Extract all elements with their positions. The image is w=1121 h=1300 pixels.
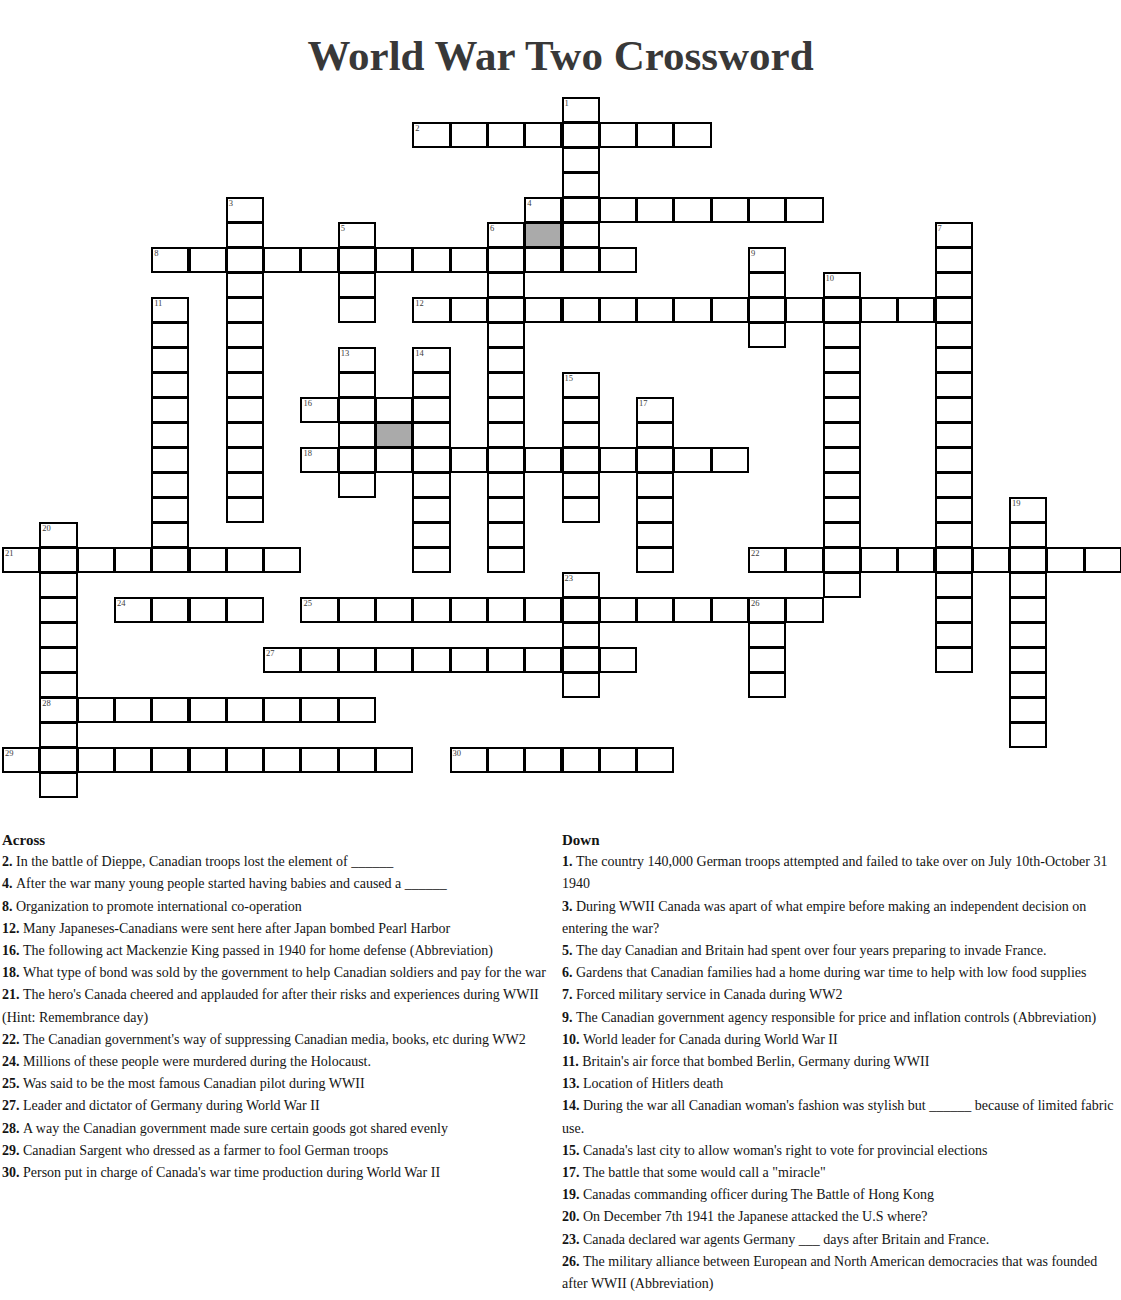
grid-cell[interactable] [338, 447, 376, 473]
grid-cell[interactable]: 6 [487, 222, 525, 248]
grid-cell[interactable] [562, 397, 600, 423]
grid-cell[interactable] [599, 297, 637, 323]
grid-cell[interactable] [375, 447, 413, 473]
clue-number: 4. [2, 876, 16, 891]
grid-cell[interactable] [412, 247, 450, 273]
grid-cell[interactable] [748, 622, 786, 648]
grid-cell[interactable] [39, 597, 77, 623]
grid-cell[interactable] [114, 697, 152, 723]
grid-cell[interactable] [487, 472, 525, 498]
grid-cell[interactable]: 8 [151, 247, 189, 273]
grid-cell[interactable] [1046, 547, 1084, 573]
grid-cell[interactable]: 13 [338, 347, 376, 373]
grid-cell[interactable] [39, 647, 77, 673]
grid-cell[interactable] [562, 447, 600, 473]
grid-cell[interactable] [487, 547, 525, 573]
grid-cell[interactable] [338, 397, 376, 423]
grid-cell[interactable] [151, 372, 189, 398]
grid-cell[interactable] [524, 247, 562, 273]
grid-cell[interactable] [711, 297, 749, 323]
grid-cell[interactable] [636, 472, 674, 498]
grid-cell[interactable]: 23 [562, 572, 600, 598]
grid-cell[interactable]: 18 [300, 447, 338, 473]
grid-cell[interactable] [935, 622, 973, 648]
grid-cell[interactable] [636, 122, 674, 148]
grid-cell[interactable] [226, 497, 264, 523]
grid-cell[interactable] [412, 397, 450, 423]
cell-number: 23 [565, 574, 574, 583]
grid-cell[interactable]: 12 [412, 297, 450, 323]
clue-number: 19. [562, 1187, 583, 1202]
clue-text: The day Canadian and Britain had spent o… [576, 943, 1046, 958]
grid-cell[interactable] [748, 272, 786, 298]
grid-cell[interactable] [562, 172, 600, 198]
clue-item: 9. The Canadian government agency respon… [562, 1007, 1120, 1029]
grid-cell[interactable] [487, 122, 525, 148]
grid-cell[interactable] [823, 422, 861, 448]
grid-cell[interactable]: 14 [412, 347, 450, 373]
grid-cell[interactable] [1009, 672, 1047, 698]
grid-cell[interactable] [39, 747, 77, 773]
cell-number: 13 [341, 349, 350, 358]
clue-number: 25. [2, 1076, 23, 1091]
grid-cell[interactable] [151, 547, 189, 573]
grid-cell[interactable] [300, 247, 338, 273]
grid-cell[interactable] [487, 597, 525, 623]
grid-cell[interactable] [263, 247, 301, 273]
clue-number: 21. [2, 987, 23, 1002]
grid-cell[interactable] [935, 497, 973, 523]
grid-cell[interactable] [748, 322, 786, 348]
clue-text: Organization to promote international co… [16, 899, 302, 914]
grid-cell[interactable] [823, 347, 861, 373]
grid-cell[interactable] [1009, 722, 1047, 748]
grid-cell[interactable] [599, 122, 637, 148]
grid-cell[interactable] [412, 472, 450, 498]
grid-cell[interactable] [151, 322, 189, 348]
grid-cell[interactable] [338, 422, 376, 448]
grid-cell[interactable] [935, 272, 973, 298]
cell-number: 3 [229, 199, 233, 208]
grid-cell[interactable] [226, 297, 264, 323]
grid-cell[interactable] [151, 522, 189, 548]
grid-cell[interactable] [487, 497, 525, 523]
grid-cell[interactable] [599, 747, 637, 773]
grid-cell[interactable] [412, 422, 450, 448]
clue-item: 21. The hero's Canada cheered and applau… [2, 984, 558, 1028]
grid-cell[interactable] [823, 522, 861, 548]
grid-cell[interactable] [300, 697, 338, 723]
grid-cell[interactable] [823, 397, 861, 423]
grid-cell[interactable] [487, 272, 525, 298]
grid-cell[interactable] [1009, 647, 1047, 673]
cell-number: 10 [826, 274, 835, 283]
grid-cell[interactable] [935, 422, 973, 448]
grid-cell[interactable] [823, 572, 861, 598]
grid-cell[interactable] [935, 597, 973, 623]
grid-cell[interactable] [338, 697, 376, 723]
grid-cell[interactable] [226, 697, 264, 723]
grid-cell[interactable] [189, 247, 227, 273]
grid-cell[interactable]: 7 [935, 222, 973, 248]
grid-cell[interactable] [636, 447, 674, 473]
cell-number: 28 [42, 699, 51, 708]
clue-item: 17. The battle that some would call a "m… [562, 1162, 1120, 1184]
grid-cell[interactable]: 29 [2, 747, 40, 773]
grid-cell[interactable] [226, 547, 264, 573]
grid-cell[interactable] [524, 297, 562, 323]
grid-cell[interactable] [412, 372, 450, 398]
grid-cell[interactable] [450, 122, 488, 148]
grid-cell[interactable] [39, 672, 77, 698]
grid-cell[interactable]: 4 [524, 197, 562, 223]
clue-number: 30. [2, 1165, 23, 1180]
grid-cell[interactable] [300, 747, 338, 773]
grid-cell[interactable] [935, 347, 973, 373]
grid-cell[interactable] [1009, 697, 1047, 723]
cell-number: 29 [5, 749, 14, 758]
grid-cell[interactable] [599, 597, 637, 623]
grid-cell[interactable] [562, 147, 600, 173]
grid-cell[interactable] [338, 472, 376, 498]
grid-cell[interactable] [338, 372, 376, 398]
grid-cell[interactable] [487, 522, 525, 548]
grid-cell[interactable] [39, 547, 77, 573]
clue-item: 29. Canadian Sargent who dressed as a fa… [2, 1140, 558, 1162]
grid-cell[interactable]: 2 [412, 122, 450, 148]
cell-number: 15 [565, 374, 574, 383]
grid-cell[interactable] [151, 472, 189, 498]
grid-cell[interactable] [562, 247, 600, 273]
grid-cell[interactable] [562, 472, 600, 498]
grid-cell[interactable] [785, 547, 823, 573]
grid-cell[interactable] [1009, 572, 1047, 598]
grid-cell[interactable] [748, 672, 786, 698]
clue-number: 22. [2, 1032, 23, 1047]
down-clue-list: 1. The country 140,000 German troops att… [562, 851, 1120, 1295]
cell-number: 1 [565, 99, 569, 108]
grid-cell[interactable] [636, 497, 674, 523]
grid-cell[interactable] [935, 447, 973, 473]
grid-cell[interactable] [562, 222, 600, 248]
grid-cell[interactable] [487, 347, 525, 373]
grid-cell[interactable] [226, 222, 264, 248]
grid-cell[interactable] [562, 497, 600, 523]
clue-item: 12. Many Japaneses-Canadians were sent h… [2, 918, 558, 940]
grid-cell[interactable] [39, 622, 77, 648]
grid-cell[interactable] [338, 597, 376, 623]
grid-cell[interactable] [562, 122, 600, 148]
grid-cell[interactable] [226, 372, 264, 398]
grid-cell[interactable]: 16 [300, 397, 338, 423]
cell-number: 4 [527, 199, 531, 208]
grid-cell[interactable] [935, 647, 973, 673]
grid-cell[interactable] [375, 747, 413, 773]
grid-cell[interactable] [151, 447, 189, 473]
grid-cell[interactable] [338, 747, 376, 773]
grid-cell[interactable] [226, 472, 264, 498]
grid-cell[interactable] [785, 197, 823, 223]
grid-cell[interactable] [823, 547, 861, 573]
grid-cell[interactable] [935, 397, 973, 423]
grid-cell[interactable] [77, 547, 115, 573]
grid-cell[interactable] [412, 497, 450, 523]
cell-number: 18 [303, 449, 312, 458]
grid-cell[interactable] [450, 447, 488, 473]
clue-item: 7. Forced military service in Canada dur… [562, 984, 1120, 1006]
grid-cell[interactable] [860, 547, 898, 573]
grid-cell[interactable] [226, 247, 264, 273]
grid-cell[interactable]: 1 [562, 97, 600, 123]
grid-cell[interactable] [226, 597, 264, 623]
grid-cell[interactable]: 19 [1009, 497, 1047, 523]
clue-number: 2. [2, 854, 16, 869]
grid-cell[interactable] [450, 597, 488, 623]
grid-cell[interactable] [77, 697, 115, 723]
clue-number: 7. [562, 987, 576, 1002]
clue-text: A way the Canadian government made sure … [23, 1121, 448, 1136]
grid-cell[interactable] [114, 747, 152, 773]
grid-cell[interactable]: 21 [2, 547, 40, 573]
clue-number: 18. [2, 965, 23, 980]
grid-cell[interactable] [636, 747, 674, 773]
grid-cell[interactable] [562, 647, 600, 673]
grid-cell[interactable] [226, 397, 264, 423]
grid-cell[interactable] [524, 597, 562, 623]
grid-cell[interactable]: 24 [114, 597, 152, 623]
grid-cell[interactable] [1009, 597, 1047, 623]
grid-cell[interactable] [487, 422, 525, 448]
grid-cell[interactable] [151, 397, 189, 423]
grid-cell[interactable] [935, 322, 973, 348]
grid-cell[interactable] [935, 522, 973, 548]
grid-cell[interactable] [487, 647, 525, 673]
cell-number: 24 [117, 599, 126, 608]
grid-cell[interactable] [412, 522, 450, 548]
grid-cell[interactable] [636, 422, 674, 448]
grid-cell[interactable] [487, 297, 525, 323]
grid-cell[interactable] [1084, 547, 1121, 573]
grid-cell[interactable]: 10 [823, 272, 861, 298]
grid-cell[interactable] [189, 747, 227, 773]
grid-cell[interactable] [226, 747, 264, 773]
down-header: Down [562, 829, 1120, 851]
grid-cell[interactable] [562, 597, 600, 623]
grid-cell[interactable] [226, 422, 264, 448]
grid-cell-shaded [524, 222, 562, 248]
grid-cell[interactable] [39, 722, 77, 748]
clue-item: 27. Leader and dictator of Germany durin… [2, 1095, 558, 1117]
grid-cell[interactable] [636, 547, 674, 573]
grid-cell[interactable] [151, 422, 189, 448]
grid-cell[interactable] [636, 522, 674, 548]
grid-cell[interactable] [412, 597, 450, 623]
grid-cell[interactable] [375, 597, 413, 623]
grid-cell[interactable] [673, 122, 711, 148]
grid-cell[interactable] [562, 197, 600, 223]
grid-cell[interactable]: 26 [748, 597, 786, 623]
grid-cell[interactable] [189, 597, 227, 623]
grid-cell[interactable] [412, 547, 450, 573]
grid-cell[interactable] [77, 747, 115, 773]
grid-cell[interactable] [487, 247, 525, 273]
clue-text: Canada declared war agents Germany ___ d… [583, 1232, 989, 1247]
grid-cell[interactable] [823, 372, 861, 398]
clue-text: During the war all Canadian woman's fash… [562, 1098, 1114, 1135]
grid-cell[interactable] [375, 397, 413, 423]
grid-cell[interactable] [562, 672, 600, 698]
grid-cell[interactable] [823, 297, 861, 323]
grid-cell[interactable] [375, 647, 413, 673]
grid-cell[interactable]: 30 [450, 747, 488, 773]
grid-cell[interactable] [263, 747, 301, 773]
grid-cell[interactable] [226, 322, 264, 348]
clue-text: After the war many young people started … [16, 876, 447, 891]
grid-cell[interactable] [636, 597, 674, 623]
grid-cell[interactable] [673, 197, 711, 223]
grid-cell[interactable]: 17 [636, 397, 674, 423]
grid-cell[interactable]: 28 [39, 697, 77, 723]
grid-cell[interactable] [599, 447, 637, 473]
grid-cell[interactable] [897, 297, 935, 323]
grid-cell[interactable] [263, 697, 301, 723]
cell-number: 27 [266, 649, 275, 658]
grid-cell[interactable] [338, 247, 376, 273]
grid-cell[interactable] [935, 247, 973, 273]
grid-cell[interactable] [562, 622, 600, 648]
grid-cell[interactable] [1009, 547, 1047, 573]
grid-cell[interactable] [935, 297, 973, 323]
grid-cell[interactable] [748, 197, 786, 223]
cell-number: 21 [5, 549, 14, 558]
grid-cell[interactable] [450, 297, 488, 323]
cell-number: 17 [639, 399, 648, 408]
grid-cell[interactable] [226, 447, 264, 473]
grid-cell[interactable] [487, 397, 525, 423]
clue-text: The battle that some would call a "mirac… [583, 1165, 826, 1180]
grid-cell[interactable] [823, 472, 861, 498]
grid-cell[interactable] [114, 547, 152, 573]
grid-cell[interactable] [711, 597, 749, 623]
grid-cell[interactable]: 3 [226, 197, 264, 223]
grid-cell[interactable] [450, 647, 488, 673]
grid-cell[interactable] [524, 647, 562, 673]
grid-cell[interactable] [189, 547, 227, 573]
grid-cell[interactable] [673, 597, 711, 623]
clue-item: 13. Location of Hitlers death [562, 1073, 1120, 1095]
grid-cell[interactable] [935, 572, 973, 598]
grid-cell[interactable] [636, 197, 674, 223]
grid-cell[interactable] [151, 497, 189, 523]
grid-cell[interactable] [487, 747, 525, 773]
grid-cell[interactable] [636, 297, 674, 323]
grid-cell[interactable] [39, 772, 77, 798]
grid-cell[interactable] [711, 447, 749, 473]
grid-cell[interactable] [189, 697, 227, 723]
grid-cell[interactable] [860, 297, 898, 323]
grid-cell[interactable]: 25 [300, 597, 338, 623]
clue-item: 30. Person put in charge of Canada's war… [2, 1162, 558, 1184]
grid-cell[interactable] [673, 297, 711, 323]
grid-cell[interactable]: 15 [562, 372, 600, 398]
clue-text: Canadian Sargent who dressed as a farmer… [23, 1143, 388, 1158]
grid-cell[interactable] [151, 697, 189, 723]
clue-number: 6. [562, 965, 576, 980]
grid-cell[interactable] [524, 747, 562, 773]
grid-cell[interactable]: 11 [151, 297, 189, 323]
grid-cell[interactable] [450, 247, 488, 273]
across-header: Across [2, 829, 558, 851]
grid-cell[interactable] [338, 647, 376, 673]
grid-cell[interactable] [300, 647, 338, 673]
clue-item: 19. Canadas commanding officer during Th… [562, 1184, 1120, 1206]
grid-cell[interactable] [935, 547, 973, 573]
grid-cell[interactable] [599, 197, 637, 223]
grid-cell[interactable] [897, 547, 935, 573]
grid-cell[interactable] [524, 122, 562, 148]
clue-item: 24. Millions of these people were murder… [2, 1051, 558, 1073]
grid-cell[interactable] [935, 472, 973, 498]
grid-cell[interactable] [375, 247, 413, 273]
grid-cell[interactable] [412, 647, 450, 673]
grid-cell[interactable] [338, 297, 376, 323]
grid-cell[interactable] [338, 272, 376, 298]
grid-cell[interactable] [226, 347, 264, 373]
grid-cell[interactable] [785, 297, 823, 323]
grid-cell[interactable] [263, 547, 301, 573]
grid-cell[interactable] [562, 747, 600, 773]
grid-cell[interactable] [151, 747, 189, 773]
grid-cell[interactable] [748, 647, 786, 673]
grid-cell[interactable] [1009, 522, 1047, 548]
cell-number: 14 [415, 349, 424, 358]
grid-cell[interactable] [785, 597, 823, 623]
grid-cell[interactable] [226, 272, 264, 298]
grid-cell[interactable] [748, 297, 786, 323]
grid-cell[interactable] [39, 572, 77, 598]
grid-cell[interactable] [151, 347, 189, 373]
cell-number: 5 [341, 224, 345, 233]
grid-cell[interactable] [823, 322, 861, 348]
grid-cell[interactable] [599, 647, 637, 673]
grid-cell[interactable] [487, 322, 525, 348]
grid-cell[interactable]: 20 [39, 522, 77, 548]
grid-cell[interactable] [711, 197, 749, 223]
grid-cell[interactable]: 5 [338, 222, 376, 248]
grid-cell[interactable] [487, 447, 525, 473]
grid-cell[interactable] [823, 447, 861, 473]
grid-cell[interactable] [412, 447, 450, 473]
grid-cell[interactable] [562, 297, 600, 323]
grid-cell[interactable] [972, 547, 1010, 573]
clue-text: Leader and dictator of Germany during Wo… [23, 1098, 320, 1113]
grid-cell[interactable] [151, 597, 189, 623]
grid-cell[interactable]: 9 [748, 247, 786, 273]
clue-text: On December 7th 1941 the Japanese attack… [583, 1209, 927, 1224]
clue-item: 23. Canada declared war agents Germany _… [562, 1229, 1120, 1251]
grid-cell[interactable] [562, 422, 600, 448]
grid-cell[interactable] [823, 497, 861, 523]
grid-cell[interactable] [1009, 622, 1047, 648]
grid-cell[interactable]: 22 [748, 547, 786, 573]
grid-cell[interactable] [524, 447, 562, 473]
grid-cell[interactable] [599, 247, 637, 273]
grid-cell[interactable] [487, 372, 525, 398]
grid-cell[interactable] [935, 372, 973, 398]
grid-cell[interactable] [673, 447, 711, 473]
clue-text: Many Japaneses-Canadians were sent here … [23, 921, 450, 936]
grid-cell[interactable]: 27 [263, 647, 301, 673]
